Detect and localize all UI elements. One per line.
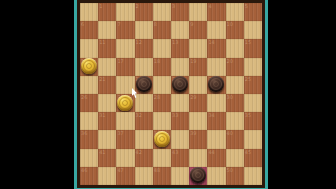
square-24[interactable]: 24 — [207, 76, 225, 94]
square-3[interactable]: 3 — [171, 3, 189, 21]
white-man-27[interactable] — [117, 95, 133, 111]
square-36[interactable]: 36 — [80, 130, 98, 148]
square-number-label: 29 — [190, 94, 196, 100]
square-21[interactable]: 21 — [98, 76, 116, 94]
square-light — [80, 76, 98, 94]
square-light — [80, 112, 98, 130]
square-number-label: 40 — [227, 130, 233, 136]
square-number-label: 12 — [136, 39, 142, 45]
square-16[interactable]: 16 — [80, 58, 98, 76]
square-light — [153, 39, 171, 57]
square-light — [98, 58, 116, 76]
square-light — [171, 130, 189, 148]
square-light — [226, 39, 244, 57]
square-number-label: 30 — [227, 94, 233, 100]
square-number-label: 32 — [136, 112, 142, 118]
square-number-label: 28 — [154, 94, 160, 100]
square-number-label: 21 — [99, 76, 105, 82]
square-17[interactable]: 17 — [116, 58, 134, 76]
square-number-label: 18 — [154, 58, 160, 64]
black-man-24[interactable] — [208, 76, 224, 92]
square-35[interactable]: 35 — [244, 112, 262, 130]
square-light — [80, 3, 98, 21]
square-7[interactable]: 7 — [116, 21, 134, 39]
square-light — [153, 149, 171, 167]
square-light — [189, 149, 207, 167]
square-number-label: 7 — [117, 21, 120, 27]
square-light — [189, 3, 207, 21]
square-light — [244, 58, 262, 76]
square-1[interactable]: 1 — [98, 3, 116, 21]
square-8[interactable]: 8 — [153, 21, 171, 39]
square-number-label: 44 — [208, 149, 214, 155]
square-light — [98, 167, 116, 185]
square-number-label: 15 — [245, 39, 251, 45]
square-light — [153, 3, 171, 21]
square-number-label: 35 — [245, 112, 251, 118]
square-light — [171, 167, 189, 185]
white-man-16[interactable] — [81, 58, 97, 74]
square-light — [135, 130, 153, 148]
square-number-label: 11 — [99, 39, 105, 45]
square-light — [98, 21, 116, 39]
square-number-label: 14 — [208, 39, 214, 45]
square-light — [80, 39, 98, 57]
square-number-label: 37 — [117, 130, 123, 136]
square-light — [226, 3, 244, 21]
square-light — [135, 21, 153, 39]
square-light — [116, 76, 134, 94]
square-number-label: 4 — [208, 3, 211, 9]
square-27[interactable]: 27 — [116, 94, 134, 112]
square-6[interactable]: 6 — [80, 21, 98, 39]
square-number-label: 19 — [190, 58, 196, 64]
square-light — [189, 112, 207, 130]
square-number-label: 34 — [208, 112, 214, 118]
square-number-label: 50 — [227, 167, 233, 173]
square-45[interactable]: 45 — [244, 149, 262, 167]
square-light — [135, 167, 153, 185]
square-number-label: 20 — [227, 58, 233, 64]
square-10[interactable]: 10 — [226, 21, 244, 39]
square-number-label: 31 — [99, 112, 105, 118]
square-light — [189, 39, 207, 57]
square-44[interactable]: 44 — [207, 149, 225, 167]
square-number-label: 39 — [190, 130, 196, 136]
square-number-label: 13 — [172, 39, 178, 45]
square-23[interactable]: 23 — [171, 76, 189, 94]
square-47[interactable]: 47 — [116, 167, 134, 185]
square-15[interactable]: 15 — [244, 39, 262, 57]
square-29[interactable]: 29 — [189, 94, 207, 112]
square-number-label: 47 — [117, 167, 123, 173]
square-32[interactable]: 32 — [135, 112, 153, 130]
square-number-label: 1 — [99, 3, 102, 9]
square-light — [116, 3, 134, 21]
app-window: 1234567891011121314151617181920212223242… — [0, 0, 336, 189]
square-48[interactable]: 48 — [153, 167, 171, 185]
square-light — [244, 21, 262, 39]
square-12[interactable]: 12 — [135, 39, 153, 57]
black-man-22[interactable] — [136, 76, 152, 92]
square-light — [171, 58, 189, 76]
square-light — [98, 130, 116, 148]
square-40[interactable]: 40 — [226, 130, 244, 148]
square-43[interactable]: 43 — [171, 149, 189, 167]
square-number-label: 42 — [136, 149, 142, 155]
black-man-49[interactable] — [190, 167, 206, 183]
square-38[interactable]: 38 — [153, 130, 171, 148]
square-2[interactable]: 2 — [135, 3, 153, 21]
square-number-label: 43 — [172, 149, 178, 155]
square-49[interactable]: 49 — [189, 167, 207, 185]
square-light — [244, 94, 262, 112]
square-light — [207, 167, 225, 185]
black-man-23[interactable] — [172, 76, 188, 92]
square-number-label: 8 — [154, 21, 157, 27]
square-light — [207, 58, 225, 76]
square-light — [207, 130, 225, 148]
square-4[interactable]: 4 — [207, 3, 225, 21]
square-light — [171, 94, 189, 112]
square-light — [135, 58, 153, 76]
square-41[interactable]: 41 — [98, 149, 116, 167]
square-light — [80, 149, 98, 167]
square-9[interactable]: 9 — [189, 21, 207, 39]
square-light — [226, 76, 244, 94]
square-light — [189, 76, 207, 94]
square-30[interactable]: 30 — [226, 94, 244, 112]
square-light — [244, 130, 262, 148]
square-46[interactable]: 46 — [80, 167, 98, 185]
square-light — [207, 94, 225, 112]
square-26[interactable]: 26 — [80, 94, 98, 112]
square-light — [135, 94, 153, 112]
square-37[interactable]: 37 — [116, 130, 134, 148]
square-number-label: 48 — [154, 167, 160, 173]
square-light — [98, 94, 116, 112]
square-number-label: 3 — [172, 3, 175, 9]
square-number-label: 5 — [245, 3, 248, 9]
square-light — [153, 112, 171, 130]
square-light — [226, 112, 244, 130]
square-number-label: 2 — [136, 3, 139, 9]
square-39[interactable]: 39 — [189, 130, 207, 148]
square-number-label: 6 — [81, 21, 84, 27]
square-light — [116, 112, 134, 130]
square-19[interactable]: 19 — [189, 58, 207, 76]
square-number-label: 26 — [81, 94, 87, 100]
square-number-label: 10 — [227, 21, 233, 27]
square-number-label: 17 — [117, 58, 123, 64]
square-number-label: 25 — [245, 76, 251, 82]
square-20[interactable]: 20 — [226, 58, 244, 76]
square-50[interactable]: 50 — [226, 167, 244, 185]
square-light — [116, 39, 134, 57]
square-5[interactable]: 5 — [244, 3, 262, 21]
white-man-38[interactable] — [154, 131, 170, 147]
square-31[interactable]: 31 — [98, 112, 116, 130]
checkers-board: 1234567891011121314151617181920212223242… — [80, 3, 262, 185]
square-42[interactable]: 42 — [135, 149, 153, 167]
square-light — [171, 21, 189, 39]
square-light — [207, 21, 225, 39]
square-11[interactable]: 11 — [98, 39, 116, 57]
square-light — [244, 167, 262, 185]
square-number-label: 33 — [172, 112, 178, 118]
square-light — [116, 149, 134, 167]
square-18[interactable]: 18 — [153, 58, 171, 76]
square-number-label: 46 — [81, 167, 87, 173]
square-28[interactable]: 28 — [153, 94, 171, 112]
square-25[interactable]: 25 — [244, 76, 262, 94]
square-34[interactable]: 34 — [207, 112, 225, 130]
board-frame: 1234567891011121314151617181920212223242… — [74, 0, 268, 189]
square-number-label: 9 — [190, 21, 193, 27]
square-light — [153, 76, 171, 94]
square-light — [226, 149, 244, 167]
square-22[interactable]: 22 — [135, 76, 153, 94]
square-13[interactable]: 13 — [171, 39, 189, 57]
square-number-label: 45 — [245, 149, 251, 155]
square-14[interactable]: 14 — [207, 39, 225, 57]
square-number-label: 36 — [81, 130, 87, 136]
square-33[interactable]: 33 — [171, 112, 189, 130]
square-number-label: 41 — [99, 149, 105, 155]
